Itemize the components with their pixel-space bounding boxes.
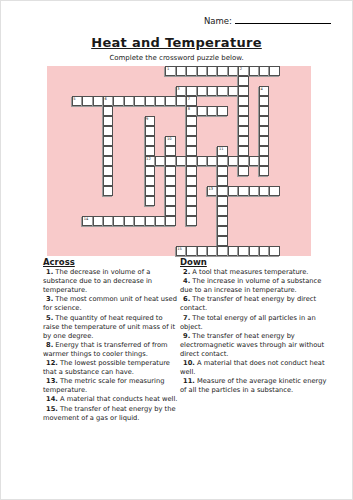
clue-number: 4 (261, 87, 263, 91)
grid-cell[interactable] (165, 196, 175, 206)
grid-cell[interactable] (186, 216, 196, 226)
grid-cell[interactable] (217, 186, 227, 196)
clue-item-number: 8. (46, 341, 53, 349)
grid-cell[interactable] (197, 86, 207, 96)
clue-item: 8. Energy that is transferred of from wa… (43, 341, 179, 359)
grid-cell[interactable] (259, 106, 269, 116)
grid-cell[interactable] (207, 86, 217, 96)
grid-cell[interactable] (259, 186, 269, 196)
grid-cell[interactable] (259, 96, 269, 106)
grid-cell[interactable] (103, 106, 113, 116)
grid-cell[interactable] (145, 186, 155, 196)
grid-cell[interactable]: 9 (145, 116, 155, 126)
clue-item: 6. The transfer of heat energy by direct… (180, 295, 334, 313)
grid-cell[interactable] (269, 186, 279, 196)
grid-cell[interactable] (82, 96, 92, 106)
page-subtitle: Complete the crossword puzzle below. (1, 54, 352, 62)
grid-cell[interactable]: 14 (82, 216, 92, 226)
grid-cell[interactable] (238, 136, 248, 146)
grid-cell[interactable] (145, 96, 155, 106)
grid-cell[interactable] (165, 146, 175, 156)
grid-cell[interactable]: 6 (103, 96, 113, 106)
clue-item-number: 10. (183, 359, 195, 367)
clue-item-number: 5. (46, 314, 53, 322)
grid-cell[interactable] (217, 176, 227, 186)
grid-cell[interactable]: 12 (145, 156, 155, 166)
clue-item: 11. Measure of the average kinetic energ… (180, 377, 334, 395)
clue-number: 8 (188, 107, 190, 111)
grid-cell[interactable] (197, 156, 207, 166)
grid-cell[interactable]: 11 (217, 146, 227, 156)
clue-number: 2 (240, 67, 242, 71)
grid-cell[interactable] (207, 156, 217, 166)
clue-item-number: 9. (183, 332, 190, 340)
grid-cell[interactable]: 13 (207, 186, 217, 196)
grid-cell[interactable] (103, 126, 113, 136)
grid-cell[interactable] (238, 96, 248, 106)
grid-cell[interactable]: 8 (186, 106, 196, 116)
grid-cell[interactable] (103, 146, 113, 156)
grid-cell[interactable] (259, 126, 269, 136)
grid-cell[interactable] (145, 126, 155, 136)
clue-number: 10 (167, 137, 172, 141)
name-label: Name: (204, 16, 232, 26)
clue-item: 14. A material that conducts heat well. (43, 395, 179, 404)
grid-cell[interactable] (134, 96, 144, 106)
grid-cell[interactable] (249, 156, 259, 166)
grid-cell[interactable] (103, 186, 113, 196)
grid-cell[interactable] (259, 116, 269, 126)
grid-cell[interactable] (197, 106, 207, 116)
grid-cell[interactable] (238, 166, 248, 176)
grid-cell[interactable] (186, 246, 196, 256)
grid-cell[interactable] (238, 86, 248, 96)
grid-cell[interactable] (238, 126, 248, 136)
grid-cell[interactable] (228, 86, 238, 96)
clue-item: 1. The decrease in volume of a substance… (43, 268, 179, 295)
grid-cell[interactable] (93, 96, 103, 106)
grid-cell[interactable] (228, 156, 238, 166)
grid-cell[interactable] (145, 146, 155, 156)
grid-cell[interactable] (269, 66, 279, 76)
page-title: Heat and Temperature (1, 35, 352, 50)
clue-number: 5 (73, 97, 75, 101)
grid-cell[interactable] (217, 196, 227, 206)
grid-cell[interactable] (249, 66, 259, 76)
grid-cell[interactable] (249, 246, 259, 256)
grid-cell[interactable] (186, 166, 196, 176)
across-heading: Across (43, 258, 179, 267)
grid-cell[interactable] (186, 116, 196, 126)
grid-cell[interactable] (165, 186, 175, 196)
grid-cell[interactable]: 3 (176, 86, 186, 96)
grid-cell[interactable] (228, 186, 238, 196)
grid-cell[interactable] (238, 116, 248, 126)
grid-cell[interactable] (186, 186, 196, 196)
clue-item: 9. The transfer of heat energy by electr… (180, 332, 334, 359)
clue-number: 14 (84, 217, 89, 221)
grid-cell[interactable] (155, 96, 165, 106)
grid-cell[interactable] (103, 156, 113, 166)
across-clue-list: 1. The decrease in volume of a substance… (43, 268, 179, 423)
grid-cell[interactable] (217, 166, 227, 176)
grid-cell[interactable] (165, 206, 175, 216)
clue-item: 3. The most common unit of heat used for… (43, 295, 179, 313)
grid-cell[interactable] (217, 86, 227, 96)
clue-item-number: 14. (46, 395, 58, 403)
grid-cell[interactable] (124, 216, 134, 226)
down-heading: Down (180, 258, 334, 267)
grid-cell[interactable]: 2 (238, 66, 248, 76)
clue-item-number: 1. (46, 268, 53, 276)
grid-cell[interactable]: 4 (259, 86, 269, 96)
grid-cell[interactable] (207, 66, 217, 76)
clue-number: 6 (105, 97, 107, 101)
clue-item-number: 3. (46, 295, 53, 303)
grid-cell[interactable] (238, 146, 248, 156)
clue-item-number: 12. (46, 359, 58, 367)
clue-item: 2. A tool that measures temperature. (180, 268, 334, 277)
clue-item: 4. The increase in volume of a substance… (180, 277, 334, 295)
grid-cell[interactable] (217, 206, 227, 216)
grid-cell[interactable] (259, 166, 269, 176)
clue-item: 12. The lowest possible temperature that… (43, 359, 179, 377)
grid-cell[interactable] (238, 246, 248, 256)
grid-cell[interactable] (238, 186, 248, 196)
grid-cell[interactable] (145, 216, 155, 226)
clue-number: 7 (188, 97, 190, 101)
grid-cell[interactable] (93, 216, 103, 226)
clue-number: 3 (177, 87, 179, 91)
grid-cell[interactable] (113, 216, 123, 226)
grid-cell[interactable] (113, 96, 123, 106)
grid-cell[interactable] (269, 246, 279, 256)
grid-cell[interactable] (165, 166, 175, 176)
grid-cell[interactable] (124, 96, 134, 106)
grid-cell[interactable] (103, 166, 113, 176)
clue-number: 12 (146, 157, 151, 161)
grid-cell[interactable] (186, 136, 196, 146)
grid-cell[interactable] (155, 216, 165, 226)
crossword-board: 123456789101112131415 (47, 66, 311, 256)
grid-cell[interactable] (238, 106, 248, 116)
down-clue-list: 2. A tool that measures temperature.4. T… (180, 268, 334, 395)
grid-cell[interactable] (207, 246, 217, 256)
grid-cell[interactable] (217, 226, 227, 236)
grid-cell[interactable] (259, 136, 269, 146)
grid-cell[interactable] (145, 176, 155, 186)
grid-cell[interactable] (165, 156, 175, 166)
grid-cell[interactable] (186, 126, 196, 136)
grid-cell[interactable] (238, 156, 248, 166)
worksheet-page: Name: Heat and Temperature Complete the … (0, 0, 353, 500)
grid-cell[interactable] (176, 66, 186, 76)
grid-cell[interactable] (217, 66, 227, 76)
clue-item: 15. The transfer of heat energy by the m… (43, 405, 179, 423)
grid-cell[interactable] (186, 196, 196, 206)
grid-cell[interactable] (103, 216, 113, 226)
down-clues: Down 2. A tool that measures temperature… (180, 258, 334, 395)
grid-cell[interactable] (259, 156, 269, 166)
clue-item-number: 11. (183, 377, 195, 385)
grid-cell[interactable] (259, 246, 269, 256)
grid-cell[interactable]: 7 (186, 96, 196, 106)
grid-cell[interactable] (103, 116, 113, 126)
clue-item-number: 15. (46, 405, 58, 413)
grid-cell[interactable] (186, 146, 196, 156)
grid-cell[interactable]: 10 (165, 136, 175, 146)
clue-item-number: 2. (183, 268, 190, 276)
grid-cell[interactable] (217, 156, 227, 166)
grid-cell[interactable] (228, 246, 238, 256)
grid-cell[interactable] (176, 96, 186, 106)
grid-cell[interactable] (259, 146, 269, 156)
grid-cell[interactable] (155, 156, 165, 166)
grid-cell[interactable] (103, 136, 113, 146)
clue-number: 1 (167, 67, 169, 71)
grid-cell[interactable] (238, 76, 248, 86)
grid-cell[interactable] (186, 206, 196, 216)
clue-number: 13 (209, 187, 214, 191)
grid-cell[interactable] (186, 176, 196, 186)
name-field: Name: (204, 14, 331, 26)
grid-cell[interactable] (217, 216, 227, 226)
grid-cell[interactable] (217, 236, 227, 246)
grid-cell[interactable] (134, 216, 144, 226)
grid-cell[interactable] (103, 176, 113, 186)
grid-cell[interactable] (207, 106, 217, 116)
clue-number: 15 (177, 247, 182, 251)
grid-cell[interactable]: 15 (176, 246, 186, 256)
grid-cell[interactable] (197, 246, 207, 256)
grid-cell[interactable] (176, 156, 186, 166)
clue-item: 5. The quantity of heat required to rais… (43, 314, 179, 341)
grid-cell[interactable] (249, 186, 259, 196)
clue-item-number: 4. (183, 277, 190, 285)
clue-item-number: 6. (183, 295, 190, 303)
grid-cell[interactable] (186, 66, 196, 76)
grid-cell[interactable] (145, 196, 155, 206)
clue-number: 9 (146, 117, 148, 121)
grid-cell[interactable] (145, 166, 155, 176)
grid-cell[interactable] (217, 106, 227, 116)
grid-cell[interactable] (165, 176, 175, 186)
grid-cell[interactable]: 5 (72, 96, 82, 106)
clue-item: 13. The metric scale for measuring tempe… (43, 377, 179, 395)
grid-cell[interactable] (186, 156, 196, 166)
grid-cell[interactable] (197, 66, 207, 76)
grid-cell[interactable] (165, 216, 175, 226)
grid-cell[interactable]: 1 (165, 66, 175, 76)
across-clues: Across 1. The decrease in volume of a su… (43, 258, 179, 423)
grid-cell[interactable] (228, 66, 238, 76)
clue-item: 10. A material that does not conduct hea… (180, 359, 334, 377)
grid-cell[interactable] (186, 86, 196, 96)
grid-cell[interactable] (217, 246, 227, 256)
clue-item-number: 13. (46, 377, 58, 385)
grid-cell[interactable] (145, 136, 155, 146)
clue-item: 7. The total energy of all particles in … (180, 314, 334, 332)
name-blank-line[interactable] (235, 14, 331, 24)
grid-cell[interactable] (259, 66, 269, 76)
clue-number: 11 (219, 147, 224, 151)
clue-item-number: 7. (183, 314, 190, 322)
grid-cell[interactable] (165, 96, 175, 106)
